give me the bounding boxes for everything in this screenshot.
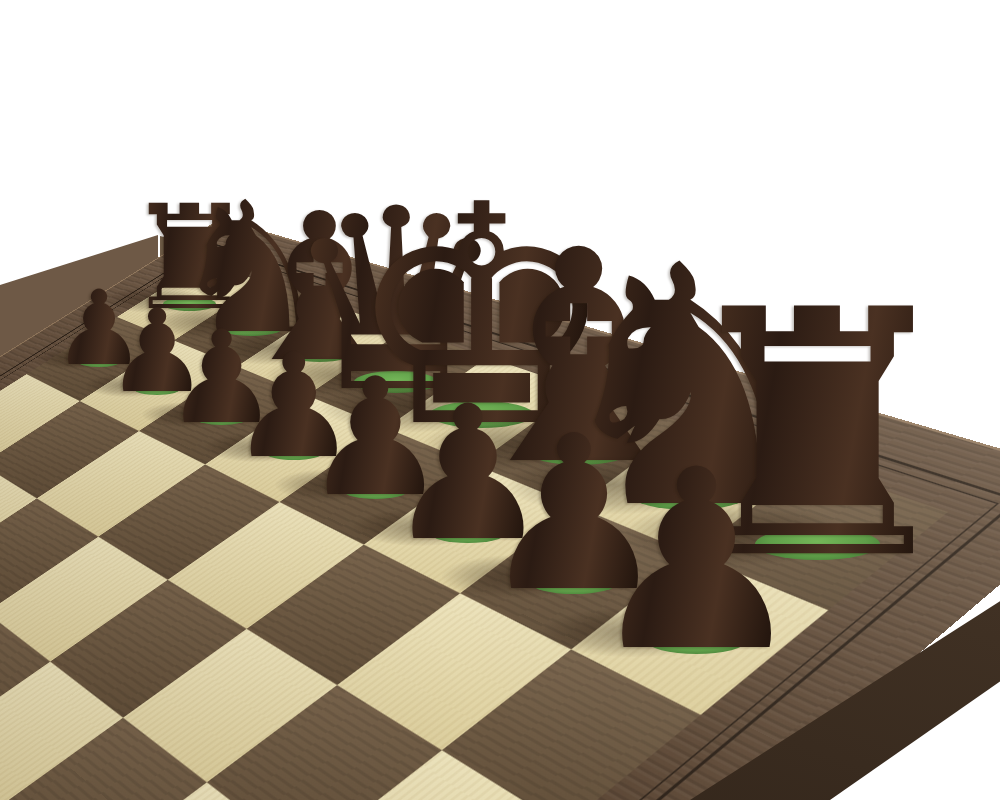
piece-black-pawn-h7[interactable]: ♟ xyxy=(617,483,777,643)
pieces-layer: ♜♞♝♛♚♝♞♜♟♟♟♟♟♟♟♟ xyxy=(0,0,1000,800)
studio-scene: ♜♞♝♛♚♝♞♜♟♟♟♟♟♟♟♟ xyxy=(0,0,1000,800)
pawn-glyph: ♟ xyxy=(585,437,808,686)
